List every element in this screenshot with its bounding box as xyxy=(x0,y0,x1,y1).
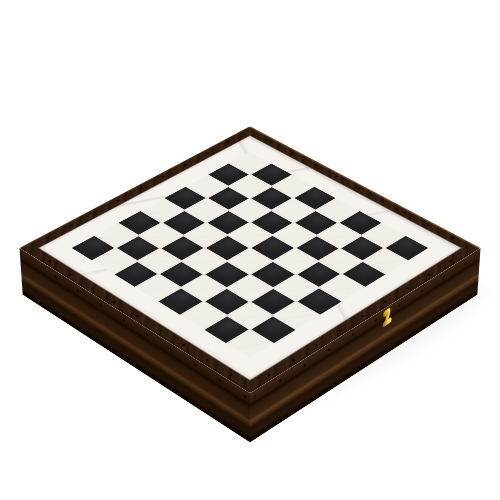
board-cell xyxy=(297,262,340,287)
board-cell xyxy=(274,275,317,300)
board-cell xyxy=(228,275,271,300)
board-cell xyxy=(206,262,249,287)
chess-box xyxy=(19,126,480,393)
board-cell xyxy=(204,316,248,343)
board-cell xyxy=(228,331,273,358)
board-cell xyxy=(343,262,386,287)
board-cell xyxy=(321,275,364,300)
board-cell xyxy=(158,289,202,315)
board-cell xyxy=(160,262,203,287)
board-cell xyxy=(251,289,295,315)
board-cell xyxy=(319,249,361,274)
board-cell xyxy=(298,289,342,315)
board-cell xyxy=(275,302,319,328)
board-cell xyxy=(205,289,249,315)
board-cell xyxy=(229,249,271,274)
board-cell xyxy=(136,275,179,300)
board-cell xyxy=(365,249,407,274)
board-cell xyxy=(274,249,316,274)
product-photo xyxy=(0,0,500,500)
board-cell xyxy=(181,302,225,328)
board-cell xyxy=(138,249,180,274)
board-cell xyxy=(93,249,135,274)
board-top-face xyxy=(19,126,480,393)
latch-hook xyxy=(383,317,392,328)
board-cell xyxy=(251,316,295,343)
board-cell xyxy=(183,249,225,274)
board-cell xyxy=(182,275,225,300)
board-cell xyxy=(251,262,294,287)
board-cell xyxy=(228,302,272,328)
board-cell xyxy=(114,262,157,287)
